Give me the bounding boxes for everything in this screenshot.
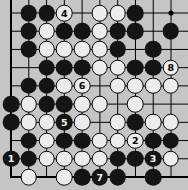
intersection: [126, 40, 144, 58]
white-stone: 8: [163, 59, 180, 76]
black-stone: [3, 96, 20, 113]
intersection: [55, 77, 73, 95]
white-stone: [163, 78, 180, 95]
black-stone: 7: [92, 169, 109, 186]
intersection: [91, 40, 109, 58]
intersection: [144, 4, 162, 22]
intersection: [2, 22, 20, 40]
intersection: 3: [144, 150, 162, 168]
intersection: [2, 77, 20, 95]
black-stone: [20, 78, 37, 95]
black-stone: [109, 169, 126, 186]
move-number-label: 4: [61, 8, 68, 18]
black-stone: 5: [56, 114, 73, 131]
black-stone: [20, 41, 37, 58]
intersection: [20, 131, 38, 149]
white-stone: [74, 41, 91, 58]
white-stone: [38, 150, 55, 167]
intersection: [126, 4, 144, 22]
white-stone: [74, 96, 91, 113]
intersection: [109, 77, 127, 95]
intersection: [162, 40, 180, 58]
intersection: [20, 150, 38, 168]
white-stone: 2: [127, 132, 144, 149]
white-stone: [127, 96, 144, 113]
intersection: 6: [73, 77, 91, 95]
intersection: [91, 22, 109, 40]
intersection: [38, 113, 56, 131]
intersection: [162, 113, 180, 131]
intersection: [144, 168, 162, 186]
black-stone: [56, 23, 73, 40]
black-stone: [38, 5, 55, 22]
black-stone: [3, 114, 20, 131]
white-stone: [109, 78, 126, 95]
white-stone: [163, 114, 180, 131]
intersection: [144, 77, 162, 95]
intersection: [91, 4, 109, 22]
black-stone: [163, 23, 180, 40]
intersection: [38, 131, 56, 149]
intersection: [20, 77, 38, 95]
move-number-label: 5: [61, 118, 68, 128]
move-number-label: 7: [97, 172, 104, 182]
intersection: [162, 22, 180, 40]
black-stone: [109, 41, 126, 58]
white-stone: [92, 5, 109, 22]
white-stone: [145, 78, 162, 95]
black-stone: [145, 169, 162, 186]
intersection: [109, 150, 127, 168]
intersection: [73, 40, 91, 58]
intersection: 8: [162, 59, 180, 77]
black-stone: [127, 5, 144, 22]
black-stone: [127, 59, 144, 76]
white-stone: [56, 41, 73, 58]
black-stone: [109, 150, 126, 167]
intersection: [144, 40, 162, 58]
intersection: [144, 131, 162, 149]
black-stone: [145, 59, 162, 76]
intersection: [2, 40, 20, 58]
move-number-label: 6: [79, 81, 86, 91]
intersection: [162, 95, 180, 113]
go-diagram: 48652137: [0, 0, 188, 190]
intersection: [91, 131, 109, 149]
intersection: [38, 40, 56, 58]
white-stone: [74, 114, 91, 131]
black-stone: [56, 59, 73, 76]
intersection: [109, 131, 127, 149]
black-stone: [127, 114, 144, 131]
intersection: [38, 22, 56, 40]
white-stone: [56, 169, 73, 186]
move-number-label: 8: [168, 63, 175, 73]
intersection: 2: [126, 131, 144, 149]
black-stone: [38, 78, 55, 95]
intersection: [73, 113, 91, 131]
intersection: 4: [55, 4, 73, 22]
black-stone: [56, 96, 73, 113]
intersection: [162, 131, 180, 149]
white-stone: [163, 150, 180, 167]
intersection: [38, 150, 56, 168]
intersection: [144, 22, 162, 40]
intersection: [91, 95, 109, 113]
white-stone: [145, 114, 162, 131]
white-stone: [109, 132, 126, 149]
black-stone: [74, 59, 91, 76]
intersection: 7: [91, 168, 109, 186]
intersection: [109, 4, 127, 22]
intersection: [20, 168, 38, 186]
black-stone: [20, 23, 37, 40]
intersection: [20, 22, 38, 40]
white-stone: [109, 59, 126, 76]
intersection: [2, 113, 20, 131]
black-stone: [20, 132, 37, 149]
intersection: [38, 77, 56, 95]
intersection: [73, 150, 91, 168]
intersection: [73, 4, 91, 22]
white-stone: [56, 78, 73, 95]
black-stone: 1: [3, 150, 20, 167]
intersection: [2, 168, 20, 186]
black-stone: [38, 96, 55, 113]
white-stone: [92, 150, 109, 167]
intersection: [126, 168, 144, 186]
intersection: [144, 59, 162, 77]
intersection: [162, 4, 180, 22]
intersection: [20, 59, 38, 77]
intersection: [55, 59, 73, 77]
white-stone: [38, 41, 55, 58]
white-stone: [92, 59, 109, 76]
intersection: [2, 95, 20, 113]
intersection: [109, 59, 127, 77]
intersection: [162, 168, 180, 186]
white-stone: [92, 132, 109, 149]
intersection: [109, 22, 127, 40]
black-stone: [20, 5, 37, 22]
white-stone: [109, 5, 126, 22]
white-stone: [92, 96, 109, 113]
intersection: [20, 113, 38, 131]
black-stone: [163, 132, 180, 149]
black-stone: [38, 59, 55, 76]
white-stone: [38, 114, 55, 131]
intersection: [109, 113, 127, 131]
intersection: [144, 113, 162, 131]
intersection: [73, 95, 91, 113]
black-stone: [56, 132, 73, 149]
white-stone: [92, 41, 109, 58]
intersection: [126, 95, 144, 113]
move-number-label: 3: [150, 154, 157, 164]
white-stone: 4: [56, 5, 73, 22]
white-stone: [127, 78, 144, 95]
black-stone: [127, 150, 144, 167]
intersection: [55, 131, 73, 149]
intersection: [20, 4, 38, 22]
intersection: [91, 113, 109, 131]
intersection: [126, 113, 144, 131]
intersection: [162, 150, 180, 168]
white-stone: [109, 114, 126, 131]
intersection: [91, 77, 109, 95]
white-stone: [20, 114, 37, 131]
intersection: [55, 40, 73, 58]
intersection: [2, 59, 20, 77]
intersection: [55, 168, 73, 186]
black-stone: [74, 169, 91, 186]
intersection: [55, 22, 73, 40]
intersection: [20, 40, 38, 58]
intersection: [109, 95, 127, 113]
board-intersections: 48652137: [2, 4, 180, 186]
intersection: [126, 59, 144, 77]
white-stone: [38, 132, 55, 149]
intersection: [91, 150, 109, 168]
black-stone: [74, 132, 91, 149]
intersection: [126, 22, 144, 40]
intersection: [73, 22, 91, 40]
intersection: [55, 95, 73, 113]
black-stone: [145, 132, 162, 149]
intersection: [2, 4, 20, 22]
black-stone: [74, 23, 91, 40]
white-stone: [56, 150, 73, 167]
intersection: [38, 4, 56, 22]
intersection: 5: [55, 113, 73, 131]
white-stone: [20, 169, 37, 186]
move-number-label: 2: [132, 136, 139, 146]
intersection: [55, 150, 73, 168]
intersection: [91, 59, 109, 77]
intersection: 1: [2, 150, 20, 168]
intersection: [20, 95, 38, 113]
intersection: [73, 131, 91, 149]
intersection: [126, 77, 144, 95]
intersection: [162, 77, 180, 95]
intersection: [38, 59, 56, 77]
black-stone: 3: [145, 150, 162, 167]
intersection: [109, 40, 127, 58]
intersection: [126, 150, 144, 168]
intersection: [2, 131, 20, 149]
intersection: [38, 168, 56, 186]
intersection: [73, 59, 91, 77]
white-stone: [92, 23, 109, 40]
black-stone: [145, 41, 162, 58]
white-stone: [74, 150, 91, 167]
white-stone: 6: [74, 78, 91, 95]
intersection: [73, 168, 91, 186]
black-stone: [127, 23, 144, 40]
intersection: [38, 95, 56, 113]
move-number-label: 1: [8, 154, 15, 164]
intersection: [109, 168, 127, 186]
black-stone: [20, 150, 37, 167]
black-stone: [109, 23, 126, 40]
white-stone: [38, 23, 55, 40]
white-stone: [20, 96, 37, 113]
intersection: [144, 95, 162, 113]
